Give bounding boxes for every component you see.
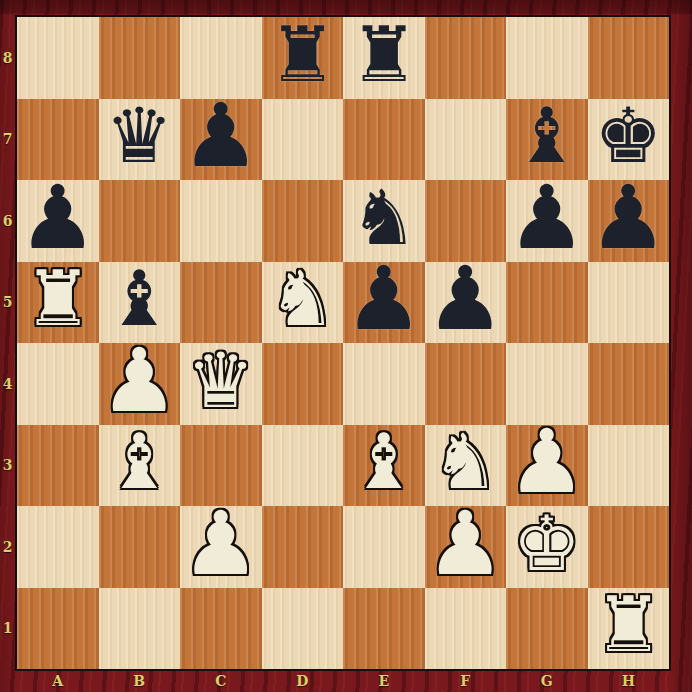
square-e1[interactable]: [343, 588, 425, 670]
piece-black-bishop-g7[interactable]: ♝: [513, 99, 581, 175]
file-label-f: F: [425, 669, 507, 692]
square-b4[interactable]: ♟: [99, 343, 181, 425]
square-a6[interactable]: ♟: [17, 180, 99, 262]
square-f7[interactable]: [425, 99, 507, 181]
square-f2[interactable]: ♟: [425, 506, 507, 588]
square-e7[interactable]: [343, 99, 425, 181]
square-d7[interactable]: [262, 99, 344, 181]
square-h3[interactable]: [588, 425, 670, 507]
square-b3[interactable]: ♝: [99, 425, 181, 507]
file-label-d: D: [262, 669, 344, 692]
square-g6[interactable]: ♟: [506, 180, 588, 262]
square-b2[interactable]: [99, 506, 181, 588]
rank-label-3: 3: [0, 425, 15, 507]
piece-black-pawn-g6[interactable]: ♟: [507, 180, 586, 262]
square-f4[interactable]: [425, 343, 507, 425]
square-c8[interactable]: [180, 17, 262, 99]
square-c6[interactable]: [180, 180, 262, 262]
square-h8[interactable]: [588, 17, 670, 99]
file-label-c: C: [180, 669, 262, 692]
square-a1[interactable]: [17, 588, 99, 670]
piece-black-pawn-c7[interactable]: ♟: [181, 99, 260, 181]
square-g4[interactable]: [506, 343, 588, 425]
square-f6[interactable]: [425, 180, 507, 262]
rank-label-1: 1: [0, 588, 15, 670]
file-label-b: B: [99, 669, 181, 692]
piece-black-pawn-f5[interactable]: ♟: [426, 262, 505, 344]
rank-labels: 87654321: [0, 17, 15, 669]
square-f3[interactable]: ♞: [425, 425, 507, 507]
square-h7[interactable]: ♚: [588, 99, 670, 181]
square-d3[interactable]: [262, 425, 344, 507]
square-c7[interactable]: ♟: [180, 99, 262, 181]
square-b8[interactable]: [99, 17, 181, 99]
square-b1[interactable]: [99, 588, 181, 670]
piece-white-rook-a5[interactable]: ♜: [24, 262, 92, 338]
piece-white-knight-f3[interactable]: ♞: [431, 425, 499, 501]
square-b5[interactable]: ♝: [99, 262, 181, 344]
square-g7[interactable]: ♝: [506, 99, 588, 181]
piece-white-king-g2[interactable]: ♚: [513, 506, 581, 582]
square-f8[interactable]: [425, 17, 507, 99]
square-d5[interactable]: ♞: [262, 262, 344, 344]
piece-white-pawn-c2[interactable]: ♟: [181, 506, 260, 588]
square-a5[interactable]: ♜: [17, 262, 99, 344]
square-h6[interactable]: ♟: [588, 180, 670, 262]
rank-label-5: 5: [0, 262, 15, 344]
square-h2[interactable]: [588, 506, 670, 588]
square-b7[interactable]: ♛: [99, 99, 181, 181]
square-d2[interactable]: [262, 506, 344, 588]
square-f1[interactable]: [425, 588, 507, 670]
piece-black-pawn-a6[interactable]: ♟: [18, 180, 97, 262]
square-c2[interactable]: ♟: [180, 506, 262, 588]
file-label-h: H: [588, 669, 670, 692]
square-c3[interactable]: [180, 425, 262, 507]
square-h1[interactable]: ♜: [588, 588, 670, 670]
rank-label-2: 2: [0, 506, 15, 588]
square-c1[interactable]: [180, 588, 262, 670]
file-label-e: E: [343, 669, 425, 692]
rank-label-7: 7: [0, 99, 15, 181]
square-f5[interactable]: ♟: [425, 262, 507, 344]
rank-label-8: 8: [0, 17, 15, 99]
square-a2[interactable]: [17, 506, 99, 588]
square-c5[interactable]: [180, 262, 262, 344]
square-g1[interactable]: [506, 588, 588, 670]
piece-white-rook-h1[interactable]: ♜: [594, 588, 662, 664]
square-d4[interactable]: [262, 343, 344, 425]
piece-black-pawn-h6[interactable]: ♟: [589, 180, 668, 262]
square-d1[interactable]: [262, 588, 344, 670]
square-d8[interactable]: ♜: [262, 17, 344, 99]
file-label-a: A: [17, 669, 99, 692]
piece-white-knight-d5[interactable]: ♞: [268, 262, 336, 338]
file-label-g: G: [506, 669, 588, 692]
piece-black-rook-e8[interactable]: ♜: [350, 17, 418, 93]
square-a7[interactable]: [17, 99, 99, 181]
square-b6[interactable]: [99, 180, 181, 262]
piece-black-bishop-b5[interactable]: ♝: [105, 262, 173, 338]
square-c4[interactable]: ♛: [180, 343, 262, 425]
square-h5[interactable]: [588, 262, 670, 344]
square-a4[interactable]: [17, 343, 99, 425]
square-e6[interactable]: ♞: [343, 180, 425, 262]
square-g2[interactable]: ♚: [506, 506, 588, 588]
piece-black-king-h7[interactable]: ♚: [594, 99, 662, 175]
square-g5[interactable]: [506, 262, 588, 344]
file-labels: ABCDEFGH: [17, 669, 669, 692]
piece-white-pawn-b4[interactable]: ♟: [100, 343, 179, 425]
board-border: ♜♜♛♟♝♚♟♞♟♟♜♝♞♟♟♟♛♝♝♞♟♟♟♚♜: [15, 15, 671, 671]
square-a3[interactable]: [17, 425, 99, 507]
piece-white-queen-c4[interactable]: ♛: [187, 343, 255, 419]
square-g8[interactable]: [506, 17, 588, 99]
piece-black-knight-e6[interactable]: ♞: [350, 180, 418, 256]
square-a8[interactable]: [17, 17, 99, 99]
square-e2[interactable]: [343, 506, 425, 588]
square-e5[interactable]: ♟: [343, 262, 425, 344]
square-e4[interactable]: [343, 343, 425, 425]
square-e3[interactable]: ♝: [343, 425, 425, 507]
piece-black-rook-d8[interactable]: ♜: [268, 17, 336, 93]
piece-white-bishop-b3[interactable]: ♝: [105, 425, 173, 501]
rank-label-4: 4: [0, 343, 15, 425]
piece-white-bishop-e3[interactable]: ♝: [350, 425, 418, 501]
piece-white-pawn-g3[interactable]: ♟: [507, 425, 586, 507]
square-d6[interactable]: [262, 180, 344, 262]
piece-black-pawn-e5[interactable]: ♟: [344, 262, 423, 344]
piece-white-pawn-f2[interactable]: ♟: [426, 506, 505, 588]
chess-board-frame: 87654321 ♜♜♛♟♝♚♟♞♟♟♜♝♞♟♟♟♛♝♝♞♟♟♟♚♜ ABCDE…: [0, 0, 692, 692]
square-h4[interactable]: [588, 343, 670, 425]
square-e8[interactable]: ♜: [343, 17, 425, 99]
rank-label-6: 6: [0, 180, 15, 262]
piece-black-queen-b7[interactable]: ♛: [105, 99, 173, 175]
chess-board: ♜♜♛♟♝♚♟♞♟♟♜♝♞♟♟♟♛♝♝♞♟♟♟♚♜: [17, 17, 669, 669]
square-g3[interactable]: ♟: [506, 425, 588, 507]
